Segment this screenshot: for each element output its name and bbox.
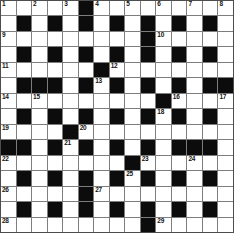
clue-number-13: 13 [95, 78, 102, 85]
white-cell-r12c3[interactable] [48, 187, 63, 201]
black-cell-r13c9 [141, 202, 156, 216]
white-cell-r12c8[interactable] [125, 187, 140, 201]
clue-number-10: 10 [157, 32, 164, 39]
white-cell-r0c11[interactable] [172, 1, 187, 15]
black-cell-r14c9 [141, 218, 156, 232]
black-cell-r9c9 [141, 140, 156, 154]
black-cell-r5c2 [32, 78, 47, 92]
white-cell-r14c1[interactable] [17, 218, 32, 232]
clue-number-4: 4 [95, 1, 98, 8]
white-cell-r14c12[interactable] [187, 218, 202, 232]
black-cell-r9c7 [110, 140, 125, 154]
white-cell-r8c12[interactable] [187, 125, 202, 139]
black-cell-r2c9 [141, 32, 156, 46]
white-cell-r14c7[interactable] [110, 218, 125, 232]
white-cell-r14c5[interactable] [79, 218, 94, 232]
crossword-puzzle: 1234567891011121314151617181920212223242… [0, 0, 234, 233]
black-cell-r5c14 [218, 78, 233, 92]
clue-number-20: 20 [80, 125, 87, 132]
white-cell-r6c6[interactable] [94, 94, 109, 108]
white-cell-r0c13[interactable] [203, 1, 218, 15]
white-cell-r9c8[interactable] [125, 140, 140, 154]
clue-number-1: 1 [2, 1, 5, 8]
white-cell-r1c14[interactable] [218, 16, 233, 30]
white-cell-r10c4[interactable] [63, 156, 78, 170]
white-cell-r2c5[interactable] [79, 32, 94, 46]
white-cell-r2c14[interactable] [218, 32, 233, 46]
white-cell-r4c10[interactable] [156, 63, 171, 77]
white-cell-r3c4[interactable] [63, 47, 78, 61]
black-cell-r0c5 [79, 1, 94, 15]
white-cell-r4c11[interactable] [172, 63, 187, 77]
white-cell-r11c12[interactable] [187, 171, 202, 185]
clue-number-25: 25 [126, 171, 133, 178]
clue-number-24: 24 [188, 156, 195, 163]
white-cell-r4c3[interactable] [48, 63, 63, 77]
white-cell-r4c8[interactable] [125, 63, 140, 77]
white-cell-r7c10[interactable]: 18 [156, 109, 171, 123]
white-cell-r5c4[interactable] [63, 78, 78, 92]
white-cell-r7c2[interactable] [32, 109, 47, 123]
white-cell-r4c1[interactable] [17, 63, 32, 77]
clue-number-17: 17 [219, 94, 226, 101]
white-cell-r9c14[interactable] [218, 140, 233, 154]
white-cell-r14c8[interactable] [125, 218, 140, 232]
black-cell-r3c3 [48, 47, 63, 61]
white-cell-r9c10[interactable] [156, 140, 171, 154]
white-cell-r7c4[interactable] [63, 109, 78, 123]
white-cell-r9c2[interactable] [32, 140, 47, 154]
white-cell-r2c4[interactable] [63, 32, 78, 46]
black-cell-r5c13 [203, 78, 218, 92]
white-cell-r9c4[interactable]: 21 [63, 140, 78, 154]
white-cell-r14c11[interactable] [172, 218, 187, 232]
white-cell-r3c10[interactable] [156, 47, 171, 61]
white-cell-r3c14[interactable] [218, 47, 233, 61]
black-cell-r9c12 [187, 140, 202, 154]
white-cell-r8c1[interactable] [17, 125, 32, 139]
white-cell-r12c7[interactable] [110, 187, 125, 201]
white-cell-r12c0[interactable]: 26 [1, 187, 16, 201]
white-cell-r4c13[interactable] [203, 63, 218, 77]
black-cell-r9c13 [203, 140, 218, 154]
clue-number-15: 15 [33, 94, 40, 101]
white-cell-r11c4[interactable] [63, 171, 78, 185]
white-cell-r12c9[interactable] [141, 187, 156, 201]
white-cell-r2c7[interactable] [110, 32, 125, 46]
white-cell-r3c6[interactable] [94, 47, 109, 61]
white-cell-r6c1[interactable] [17, 94, 32, 108]
white-cell-r8c13[interactable] [203, 125, 218, 139]
white-cell-r0c7[interactable] [110, 1, 125, 15]
black-cell-r9c3 [48, 140, 63, 154]
black-cell-r8c4 [63, 125, 78, 139]
black-cell-r5c5 [79, 78, 94, 92]
white-cell-r4c14[interactable] [218, 63, 233, 77]
white-cell-r5c6[interactable]: 13 [94, 78, 109, 92]
white-cell-r14c2[interactable] [32, 218, 47, 232]
clue-number-18: 18 [157, 109, 164, 116]
clue-number-21: 21 [64, 140, 71, 147]
black-cell-r7c3 [48, 109, 63, 123]
white-cell-r6c0[interactable]: 14 [1, 94, 16, 108]
white-cell-r2c1[interactable] [17, 32, 32, 46]
white-cell-r10c10[interactable] [156, 156, 171, 170]
black-cell-r5c3 [48, 78, 63, 92]
white-cell-r13c4[interactable] [63, 202, 78, 216]
white-cell-r3c8[interactable] [125, 47, 140, 61]
white-cell-r10c12[interactable]: 24 [187, 156, 202, 170]
black-cell-r13c11 [172, 202, 187, 216]
white-cell-r7c8[interactable] [125, 109, 140, 123]
clue-number-5: 5 [126, 1, 129, 8]
white-cell-r0c3[interactable] [48, 1, 63, 15]
white-cell-r4c0[interactable]: 11 [1, 63, 16, 77]
white-cell-r6c2[interactable]: 15 [32, 94, 47, 108]
black-cell-r1c3 [48, 16, 63, 30]
white-cell-r11c8[interactable]: 25 [125, 171, 140, 185]
white-cell-r4c2[interactable] [32, 63, 47, 77]
black-cell-r13c5 [79, 202, 94, 216]
black-cell-r11c1 [17, 171, 32, 185]
black-cell-r9c5 [79, 140, 94, 154]
white-cell-r11c14[interactable] [218, 171, 233, 185]
white-cell-r7c6[interactable] [94, 109, 109, 123]
clue-number-12: 12 [111, 63, 118, 70]
white-cell-r7c14[interactable] [218, 109, 233, 123]
black-cell-r1c7 [110, 16, 125, 30]
white-cell-r13c12[interactable] [187, 202, 202, 216]
white-cell-r0c0[interactable]: 1 [1, 1, 16, 15]
white-cell-r0c6[interactable]: 4 [94, 1, 109, 15]
black-cell-r1c11 [172, 16, 187, 30]
clue-number-22: 22 [2, 156, 9, 163]
white-cell-r8c9[interactable] [141, 125, 156, 139]
white-cell-r11c0[interactable] [1, 171, 16, 185]
black-cell-r3c9 [141, 47, 156, 61]
white-cell-r1c0[interactable] [1, 16, 16, 30]
black-cell-r1c13 [203, 16, 218, 30]
white-cell-r2c11[interactable] [172, 32, 187, 46]
white-cell-r0c10[interactable]: 6 [156, 1, 171, 15]
white-cell-r8c6[interactable] [94, 125, 109, 139]
black-cell-r13c13 [203, 202, 218, 216]
clue-number-9: 9 [2, 32, 5, 39]
white-cell-r12c4[interactable] [63, 187, 78, 201]
white-cell-r13c10[interactable] [156, 202, 171, 216]
white-cell-r4c9[interactable] [141, 63, 156, 77]
white-cell-r12c10[interactable] [156, 187, 171, 201]
black-cell-r6c10 [156, 94, 171, 108]
black-cell-r1c9 [141, 16, 156, 30]
white-cell-r6c5[interactable] [79, 94, 94, 108]
white-cell-r10c9[interactable]: 23 [141, 156, 156, 170]
white-cell-r1c6[interactable] [94, 16, 109, 30]
white-cell-r6c11[interactable]: 16 [172, 94, 187, 108]
white-cell-r5c8[interactable] [125, 78, 140, 92]
white-cell-r6c9[interactable] [141, 94, 156, 108]
black-cell-r11c3 [48, 171, 63, 185]
black-cell-r1c5 [79, 16, 94, 30]
white-cell-r14c13[interactable] [203, 218, 218, 232]
white-cell-r9c6[interactable] [94, 140, 109, 154]
white-cell-r8c0[interactable]: 19 [1, 125, 16, 139]
white-cell-r10c5[interactable] [79, 156, 94, 170]
black-cell-r9c1 [17, 140, 32, 154]
white-cell-r6c8[interactable] [125, 94, 140, 108]
white-cell-r8c7[interactable] [110, 125, 125, 139]
white-cell-r6c4[interactable] [63, 94, 78, 108]
white-cell-r6c7[interactable] [110, 94, 125, 108]
black-cell-r3c1 [17, 47, 32, 61]
black-cell-r7c11 [172, 109, 187, 123]
black-cell-r3c5 [79, 47, 94, 61]
white-cell-r8c3[interactable] [48, 125, 63, 139]
white-cell-r0c8[interactable]: 5 [125, 1, 140, 15]
black-cell-r7c1 [17, 109, 32, 123]
white-cell-r13c6[interactable] [94, 202, 109, 216]
black-cell-r5c11 [172, 78, 187, 92]
black-cell-r3c7 [110, 47, 125, 61]
clue-number-14: 14 [2, 94, 9, 101]
white-cell-r8c11[interactable] [172, 125, 187, 139]
white-cell-r11c6[interactable] [94, 171, 109, 185]
white-cell-r1c2[interactable] [32, 16, 47, 30]
white-cell-r11c2[interactable] [32, 171, 47, 185]
white-cell-r8c5[interactable]: 20 [79, 125, 94, 139]
white-cell-r4c4[interactable] [63, 63, 78, 77]
white-cell-r1c8[interactable] [125, 16, 140, 30]
black-cell-r7c9 [141, 109, 156, 123]
white-cell-r1c10[interactable] [156, 16, 171, 30]
white-cell-r14c10[interactable]: 29 [156, 218, 171, 232]
white-cell-r10c3[interactable] [48, 156, 63, 170]
black-cell-r7c5 [79, 109, 94, 123]
white-cell-r7c0[interactable] [1, 109, 16, 123]
white-cell-r2c6[interactable] [94, 32, 109, 46]
white-cell-r1c12[interactable] [187, 16, 202, 30]
white-cell-r5c10[interactable] [156, 78, 171, 92]
white-cell-r8c14[interactable] [218, 125, 233, 139]
white-cell-r10c1[interactable] [17, 156, 32, 170]
black-cell-r11c13 [203, 171, 218, 185]
white-cell-r13c8[interactable] [125, 202, 140, 216]
black-cell-r11c11 [172, 171, 187, 185]
clue-number-11: 11 [2, 63, 8, 70]
white-cell-r4c5[interactable] [79, 63, 94, 77]
white-cell-r3c2[interactable] [32, 47, 47, 61]
clue-number-23: 23 [142, 156, 149, 163]
black-cell-r5c9 [141, 78, 156, 92]
white-cell-r10c2[interactable] [32, 156, 47, 170]
white-cell-r4c12[interactable] [187, 63, 202, 77]
white-cell-r6c14[interactable]: 17 [218, 94, 233, 108]
black-cell-r9c11 [172, 140, 187, 154]
white-cell-r10c14[interactable] [218, 156, 233, 170]
black-cell-r11c5 [79, 171, 94, 185]
white-cell-r0c14[interactable]: 8 [218, 1, 233, 15]
white-cell-r3c12[interactable] [187, 47, 202, 61]
white-cell-r12c2[interactable] [32, 187, 47, 201]
white-cell-r8c2[interactable] [32, 125, 47, 139]
white-cell-r12c14[interactable] [218, 187, 233, 201]
clue-number-2: 2 [33, 1, 36, 8]
white-cell-r13c2[interactable] [32, 202, 47, 216]
white-cell-r6c3[interactable] [48, 94, 63, 108]
white-cell-r1c4[interactable] [63, 16, 78, 30]
black-cell-r5c7 [110, 78, 125, 92]
white-cell-r2c3[interactable] [48, 32, 63, 46]
white-cell-r0c12[interactable]: 7 [187, 1, 202, 15]
clue-number-28: 28 [2, 218, 9, 225]
white-cell-r13c14[interactable] [218, 202, 233, 216]
white-cell-r3c0[interactable] [1, 47, 16, 61]
white-cell-r2c10[interactable]: 10 [156, 32, 171, 46]
white-cell-r2c0[interactable]: 9 [1, 32, 16, 46]
clue-number-8: 8 [219, 1, 222, 8]
white-cell-r12c6[interactable]: 27 [94, 187, 109, 201]
clue-number-7: 7 [188, 1, 191, 8]
white-cell-r12c13[interactable] [203, 187, 218, 201]
white-cell-r13c0[interactable] [1, 202, 16, 216]
white-cell-r5c12[interactable] [187, 78, 202, 92]
white-cell-r14c14[interactable] [218, 218, 233, 232]
black-cell-r1c1 [17, 16, 32, 30]
white-cell-r10c13[interactable] [203, 156, 218, 170]
white-cell-r12c12[interactable] [187, 187, 202, 201]
clue-number-3: 3 [64, 1, 67, 8]
white-cell-r10c7[interactable] [110, 156, 125, 170]
clue-number-19: 19 [2, 125, 9, 132]
white-cell-r0c2[interactable]: 2 [32, 1, 47, 15]
black-cell-r11c7 [110, 171, 125, 185]
black-cell-r3c11 [172, 47, 187, 61]
white-cell-r0c4[interactable]: 3 [63, 1, 78, 15]
black-cell-r13c7 [110, 202, 125, 216]
black-cell-r4c6 [94, 63, 109, 77]
black-cell-r10c8 [125, 156, 140, 170]
white-cell-r0c9[interactable] [141, 1, 156, 15]
white-cell-r12c1[interactable] [17, 187, 32, 201]
clue-number-16: 16 [173, 94, 180, 101]
white-cell-r2c2[interactable] [32, 32, 47, 46]
black-cell-r9c0 [1, 140, 16, 154]
clue-number-29: 29 [157, 218, 164, 225]
white-cell-r8c8[interactable] [125, 125, 140, 139]
white-cell-r6c12[interactable] [187, 94, 202, 108]
black-cell-r7c13 [203, 109, 218, 123]
white-cell-r2c8[interactable] [125, 32, 140, 46]
white-cell-r6c13[interactable] [203, 94, 218, 108]
white-cell-r14c3[interactable] [48, 218, 63, 232]
white-cell-r14c0[interactable]: 28 [1, 218, 16, 232]
white-cell-r14c4[interactable] [63, 218, 78, 232]
clue-number-6: 6 [157, 1, 160, 8]
white-cell-r2c13[interactable] [203, 32, 218, 46]
black-cell-r12c5 [79, 187, 94, 201]
white-cell-r4c7[interactable]: 12 [110, 63, 125, 77]
white-cell-r10c11[interactable] [172, 156, 187, 170]
white-cell-r14c6[interactable] [94, 218, 109, 232]
white-cell-r10c6[interactable] [94, 156, 109, 170]
white-cell-r10c0[interactable]: 22 [1, 156, 16, 170]
black-cell-r3c13 [203, 47, 218, 61]
black-cell-r7c7 [110, 109, 125, 123]
white-cell-r7c12[interactable] [187, 109, 202, 123]
white-cell-r12c11[interactable] [172, 187, 187, 201]
white-cell-r5c0[interactable] [1, 78, 16, 92]
white-cell-r8c10[interactable] [156, 125, 171, 139]
clue-number-27: 27 [95, 187, 102, 194]
black-cell-r11c9 [141, 171, 156, 185]
white-cell-r0c1[interactable] [17, 1, 32, 15]
clue-number-26: 26 [2, 187, 9, 194]
black-cell-r13c1 [17, 202, 32, 216]
black-cell-r13c3 [48, 202, 63, 216]
white-cell-r11c10[interactable] [156, 171, 171, 185]
black-cell-r5c1 [17, 78, 32, 92]
white-cell-r2c12[interactable] [187, 32, 202, 46]
crossword-grid: 1234567891011121314151617181920212223242… [0, 0, 234, 233]
